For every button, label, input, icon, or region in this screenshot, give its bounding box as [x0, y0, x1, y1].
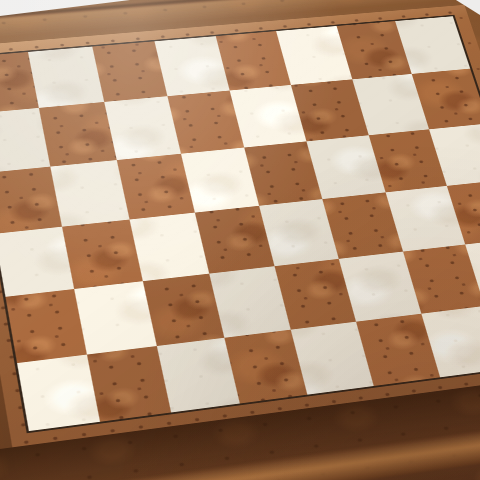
board-square-r5c0[interactable]	[17, 354, 100, 431]
board-square-r1c1[interactable]	[39, 102, 116, 166]
board-grid	[0, 15, 480, 434]
board-square-r4c0[interactable]	[6, 289, 88, 363]
board-photo	[0, 0, 480, 480]
board-square-r2c1[interactable]	[51, 160, 129, 227]
board-square-r3c0[interactable]	[0, 227, 75, 297]
chess-board	[0, 0, 480, 480]
board-square-r0c1[interactable]	[28, 47, 103, 109]
